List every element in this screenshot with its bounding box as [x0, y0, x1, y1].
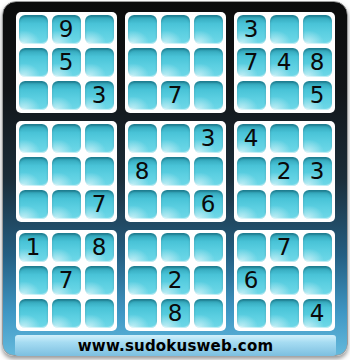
- site-link[interactable]: www.sudokusweb.com: [78, 337, 273, 355]
- cell-r6c4[interactable]: [128, 190, 157, 219]
- cell-r9c5[interactable]: 8: [161, 299, 190, 328]
- sudoku-block-6: 423: [234, 121, 335, 222]
- cell-r6c7[interactable]: [237, 190, 266, 219]
- cell-r7c8[interactable]: 7: [270, 233, 299, 262]
- cell-r3c4[interactable]: [128, 81, 157, 110]
- cell-r8c4[interactable]: [128, 266, 157, 295]
- cell-r5c8[interactable]: 2: [270, 157, 299, 186]
- cell-r1c8[interactable]: [270, 15, 299, 44]
- cell-r2c9[interactable]: 8: [303, 48, 332, 77]
- sudoku-block-3: 37485: [234, 12, 335, 113]
- cell-r7c6[interactable]: [194, 233, 223, 262]
- cell-r9c2[interactable]: [52, 299, 81, 328]
- cell-r4c6[interactable]: 3: [194, 124, 223, 153]
- cell-r2c8[interactable]: 4: [270, 48, 299, 77]
- cell-r4c8[interactable]: [270, 124, 299, 153]
- cell-r9c7[interactable]: [237, 299, 266, 328]
- cell-r6c2[interactable]: [52, 190, 81, 219]
- cell-r8c2[interactable]: 7: [52, 266, 81, 295]
- cell-r7c2[interactable]: [52, 233, 81, 262]
- sudoku-grid: 953737485738642318728764: [15, 12, 335, 331]
- cell-r7c4[interactable]: [128, 233, 157, 262]
- cell-r1c2[interactable]: 9: [52, 15, 81, 44]
- cell-r5c9[interactable]: 3: [303, 157, 332, 186]
- cell-r2c5[interactable]: [161, 48, 190, 77]
- cell-r3c1[interactable]: [19, 81, 48, 110]
- cell-r2c7[interactable]: 7: [237, 48, 266, 77]
- cell-r9c3[interactable]: [85, 299, 114, 328]
- sudoku-block-8: 28: [125, 230, 226, 331]
- cell-r9c8[interactable]: [270, 299, 299, 328]
- cell-r6c3[interactable]: 7: [85, 190, 114, 219]
- cell-r1c3[interactable]: [85, 15, 114, 44]
- cell-r5c6[interactable]: [194, 157, 223, 186]
- cell-r7c9[interactable]: [303, 233, 332, 262]
- cell-r4c9[interactable]: [303, 124, 332, 153]
- cell-r9c6[interactable]: [194, 299, 223, 328]
- cell-r4c1[interactable]: [19, 124, 48, 153]
- sudoku-block-9: 764: [234, 230, 335, 331]
- cell-r2c1[interactable]: [19, 48, 48, 77]
- cell-r4c2[interactable]: [52, 124, 81, 153]
- cell-r4c5[interactable]: [161, 124, 190, 153]
- cell-r3c6[interactable]: [194, 81, 223, 110]
- cell-r5c4[interactable]: 8: [128, 157, 157, 186]
- cell-r2c3[interactable]: [85, 48, 114, 77]
- cell-r6c1[interactable]: [19, 190, 48, 219]
- cell-r9c1[interactable]: [19, 299, 48, 328]
- cell-r5c5[interactable]: [161, 157, 190, 186]
- cell-r5c3[interactable]: [85, 157, 114, 186]
- sudoku-block-2: 7: [125, 12, 226, 113]
- cell-r7c5[interactable]: [161, 233, 190, 262]
- cell-r2c4[interactable]: [128, 48, 157, 77]
- cell-r6c9[interactable]: [303, 190, 332, 219]
- cell-r8c8[interactable]: [270, 266, 299, 295]
- cell-r8c7[interactable]: 6: [237, 266, 266, 295]
- cell-r8c1[interactable]: [19, 266, 48, 295]
- sudoku-block-4: 7: [16, 121, 117, 222]
- cell-r1c6[interactable]: [194, 15, 223, 44]
- cell-r5c7[interactable]: [237, 157, 266, 186]
- cell-r8c3[interactable]: [85, 266, 114, 295]
- cell-r4c3[interactable]: [85, 124, 114, 153]
- cell-r9c4[interactable]: [128, 299, 157, 328]
- cell-r8c6[interactable]: [194, 266, 223, 295]
- footer-bar: www.sudokusweb.com: [15, 335, 336, 356]
- cell-r6c6[interactable]: 6: [194, 190, 223, 219]
- cell-r1c4[interactable]: [128, 15, 157, 44]
- cell-r7c7[interactable]: [237, 233, 266, 262]
- cell-r1c9[interactable]: [303, 15, 332, 44]
- cell-r3c9[interactable]: 5: [303, 81, 332, 110]
- cell-r1c7[interactable]: 3: [237, 15, 266, 44]
- sudoku-block-7: 187: [16, 230, 117, 331]
- cell-r3c2[interactable]: [52, 81, 81, 110]
- cell-r5c2[interactable]: [52, 157, 81, 186]
- cell-r4c7[interactable]: 4: [237, 124, 266, 153]
- cell-r5c1[interactable]: [19, 157, 48, 186]
- cell-r8c5[interactable]: 2: [161, 266, 190, 295]
- cell-r3c5[interactable]: 7: [161, 81, 190, 110]
- cell-r1c5[interactable]: [161, 15, 190, 44]
- cell-r6c8[interactable]: [270, 190, 299, 219]
- sudoku-block-1: 953: [16, 12, 117, 113]
- cell-r8c9[interactable]: [303, 266, 332, 295]
- sudoku-board: 953737485738642318728764 www.sudokusweb.…: [2, 1, 348, 356]
- cell-r1c1[interactable]: [19, 15, 48, 44]
- cell-r3c3[interactable]: 3: [85, 81, 114, 110]
- cell-r7c3[interactable]: 8: [85, 233, 114, 262]
- cell-r3c7[interactable]: [237, 81, 266, 110]
- cell-r2c2[interactable]: 5: [52, 48, 81, 77]
- cell-r3c8[interactable]: [270, 81, 299, 110]
- cell-r6c5[interactable]: [161, 190, 190, 219]
- cell-r7c1[interactable]: 1: [19, 233, 48, 262]
- cell-r9c9[interactable]: 4: [303, 299, 332, 328]
- cell-r4c4[interactable]: [128, 124, 157, 153]
- cell-r2c6[interactable]: [194, 48, 223, 77]
- sudoku-block-5: 386: [125, 121, 226, 222]
